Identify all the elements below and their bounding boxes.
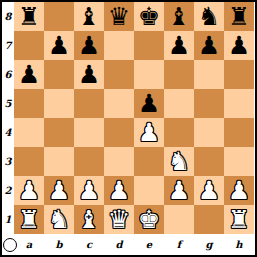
square-f8[interactable]: ♝ — [164, 2, 194, 31]
white-pawn-icon: ♟ — [48, 178, 70, 203]
square-b3[interactable] — [44, 147, 74, 176]
square-e4[interactable]: ♟ — [134, 118, 164, 147]
square-b7[interactable]: ♟ — [44, 31, 74, 60]
square-a1[interactable]: ♜ — [14, 205, 44, 234]
file-label-f: f — [164, 234, 194, 255]
square-a6[interactable]: ♟ — [14, 60, 44, 89]
square-f7[interactable]: ♟ — [164, 31, 194, 60]
black-pawn-icon: ♟ — [168, 33, 190, 58]
square-b5[interactable] — [44, 89, 74, 118]
square-e3[interactable] — [134, 147, 164, 176]
white-king-icon: ♚ — [138, 207, 160, 232]
square-c4[interactable] — [74, 118, 104, 147]
square-a2[interactable]: ♟ — [14, 176, 44, 205]
square-a4[interactable] — [14, 118, 44, 147]
square-g2[interactable]: ♟ — [194, 176, 224, 205]
white-pawn-icon: ♟ — [108, 178, 130, 203]
square-f3[interactable]: ♞ — [164, 147, 194, 176]
square-d2[interactable]: ♟ — [104, 176, 134, 205]
square-g3[interactable] — [194, 147, 224, 176]
square-b1[interactable]: ♞ — [44, 205, 74, 234]
rank-label-1: 1 — [2, 205, 14, 234]
white-knight-icon: ♞ — [48, 207, 70, 232]
square-h3[interactable] — [224, 147, 254, 176]
square-h5[interactable] — [224, 89, 254, 118]
square-g5[interactable] — [194, 89, 224, 118]
white-pawn-icon: ♟ — [198, 178, 220, 203]
square-h4[interactable] — [224, 118, 254, 147]
square-b4[interactable] — [44, 118, 74, 147]
rank-label-4: 4 — [2, 118, 14, 147]
square-d3[interactable] — [104, 147, 134, 176]
white-rook-icon: ♜ — [18, 207, 40, 232]
black-pawn-icon: ♟ — [198, 33, 220, 58]
square-a3[interactable] — [14, 147, 44, 176]
white-pawn-icon: ♟ — [228, 178, 250, 203]
white-pawn-icon: ♟ — [138, 120, 160, 145]
square-h1[interactable]: ♜ — [224, 205, 254, 234]
white-queen-icon: ♛ — [108, 207, 130, 232]
square-g6[interactable] — [194, 60, 224, 89]
square-h8[interactable]: ♜ — [224, 2, 254, 31]
file-label-e: e — [134, 234, 164, 255]
square-f2[interactable]: ♟ — [164, 176, 194, 205]
rank-labels: 87654321 — [2, 2, 14, 234]
square-f6[interactable] — [164, 60, 194, 89]
rank-label-6: 6 — [2, 60, 14, 89]
file-label-g: g — [194, 234, 224, 255]
square-c3[interactable] — [74, 147, 104, 176]
black-pawn-icon: ♟ — [78, 33, 100, 58]
black-pawn-icon: ♟ — [228, 33, 250, 58]
square-a7[interactable] — [14, 31, 44, 60]
chess-board-diagram: 87654321 ♜♝♛♚♝♞♜♟♟♟♟♟♟♟♟♟♞♟♟♟♟♟♟♟♜♞♝♛♚♜ … — [0, 0, 257, 257]
white-to-move-indicator-icon — [3, 238, 17, 252]
white-rook-icon: ♜ — [228, 207, 250, 232]
black-queen-icon: ♛ — [108, 4, 130, 29]
black-rook-icon: ♜ — [228, 4, 250, 29]
square-d4[interactable] — [104, 118, 134, 147]
file-label-a: a — [14, 234, 44, 255]
black-rook-icon: ♜ — [18, 4, 40, 29]
rank-label-7: 7 — [2, 31, 14, 60]
white-bishop-icon: ♝ — [78, 207, 100, 232]
square-h7[interactable]: ♟ — [224, 31, 254, 60]
square-b2[interactable]: ♟ — [44, 176, 74, 205]
square-f1[interactable] — [164, 205, 194, 234]
square-c8[interactable]: ♝ — [74, 2, 104, 31]
square-g1[interactable] — [194, 205, 224, 234]
square-d5[interactable] — [104, 89, 134, 118]
square-e1[interactable]: ♚ — [134, 205, 164, 234]
file-labels: abcdefgh — [14, 234, 254, 255]
rank-label-3: 3 — [2, 147, 14, 176]
square-d6[interactable] — [104, 60, 134, 89]
square-e8[interactable]: ♚ — [134, 2, 164, 31]
chess-board: ♜♝♛♚♝♞♜♟♟♟♟♟♟♟♟♟♞♟♟♟♟♟♟♟♜♞♝♛♚♜ — [14, 2, 254, 234]
square-e7[interactable] — [134, 31, 164, 60]
square-c5[interactable] — [74, 89, 104, 118]
square-g4[interactable] — [194, 118, 224, 147]
square-c7[interactable]: ♟ — [74, 31, 104, 60]
black-king-icon: ♚ — [138, 4, 160, 29]
square-c1[interactable]: ♝ — [74, 205, 104, 234]
square-d1[interactable]: ♛ — [104, 205, 134, 234]
black-pawn-icon: ♟ — [48, 33, 70, 58]
file-label-h: h — [224, 234, 254, 255]
square-h6[interactable] — [224, 60, 254, 89]
square-d7[interactable] — [104, 31, 134, 60]
square-e6[interactable] — [134, 60, 164, 89]
black-bishop-icon: ♝ — [168, 4, 190, 29]
square-b6[interactable] — [44, 60, 74, 89]
square-e2[interactable] — [134, 176, 164, 205]
rank-label-8: 8 — [2, 2, 14, 31]
white-knight-icon: ♞ — [168, 149, 190, 174]
rank-label-2: 2 — [2, 176, 14, 205]
square-h2[interactable]: ♟ — [224, 176, 254, 205]
white-pawn-icon: ♟ — [168, 178, 190, 203]
square-c2[interactable]: ♟ — [74, 176, 104, 205]
square-g7[interactable]: ♟ — [194, 31, 224, 60]
black-knight-icon: ♞ — [198, 4, 220, 29]
white-pawn-icon: ♟ — [78, 178, 100, 203]
square-b8[interactable] — [44, 2, 74, 31]
black-pawn-icon: ♟ — [138, 91, 160, 116]
board-corner — [2, 234, 14, 255]
rank-label-5: 5 — [2, 89, 14, 118]
square-c6[interactable]: ♟ — [74, 60, 104, 89]
file-label-b: b — [44, 234, 74, 255]
square-a5[interactable] — [14, 89, 44, 118]
file-label-d: d — [104, 234, 134, 255]
square-d8[interactable]: ♛ — [104, 2, 134, 31]
square-f4[interactable] — [164, 118, 194, 147]
white-pawn-icon: ♟ — [18, 178, 40, 203]
square-e5[interactable]: ♟ — [134, 89, 164, 118]
black-pawn-icon: ♟ — [78, 62, 100, 87]
square-f5[interactable] — [164, 89, 194, 118]
file-label-c: c — [74, 234, 104, 255]
black-bishop-icon: ♝ — [78, 4, 100, 29]
square-a8[interactable]: ♜ — [14, 2, 44, 31]
black-pawn-icon: ♟ — [18, 62, 40, 87]
square-g8[interactable]: ♞ — [194, 2, 224, 31]
